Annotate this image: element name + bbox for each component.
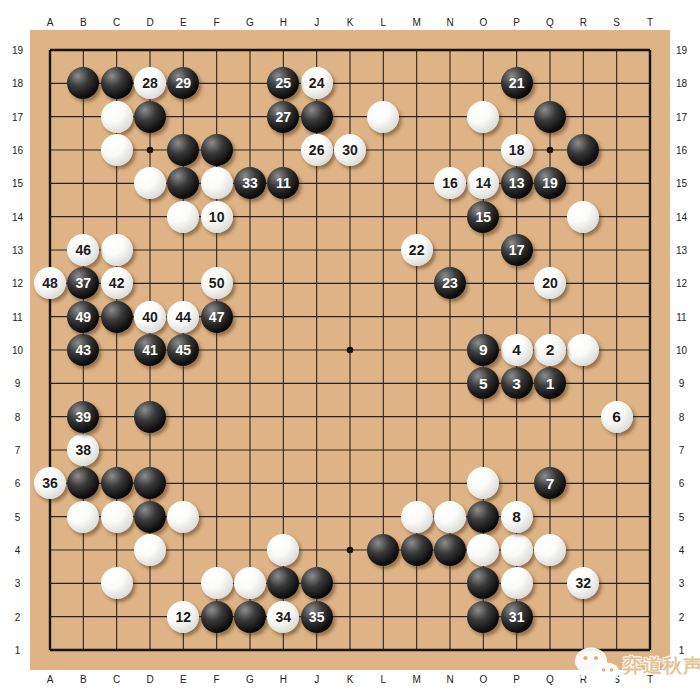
row-label-left-9: 9 bbox=[15, 378, 21, 389]
stone-C3 bbox=[101, 567, 133, 599]
col-label-bottom-Q: Q bbox=[546, 674, 554, 685]
wechat-icon bbox=[574, 645, 620, 687]
row-label-right-11: 11 bbox=[676, 311, 686, 322]
stone-F15 bbox=[201, 167, 233, 199]
col-label-bottom-D: D bbox=[146, 674, 153, 685]
stone-F3 bbox=[201, 567, 233, 599]
col-label-top-O: O bbox=[479, 16, 487, 27]
stone-C16 bbox=[101, 134, 133, 166]
stone-F16 bbox=[201, 134, 233, 166]
row-label-right-15: 15 bbox=[676, 178, 687, 189]
row-label-left-10: 10 bbox=[12, 345, 23, 356]
stone-C13 bbox=[101, 234, 133, 266]
col-label-top-J: J bbox=[314, 16, 319, 27]
row-label-right-17: 17 bbox=[676, 111, 687, 122]
stone-C12: 42 bbox=[101, 267, 133, 299]
row-label-left-6: 6 bbox=[15, 478, 21, 489]
stone-H17: 27 bbox=[267, 101, 299, 133]
row-label-left-15: 15 bbox=[12, 178, 23, 189]
row-label-left-14: 14 bbox=[12, 211, 23, 222]
row-label-left-12: 12 bbox=[12, 278, 23, 289]
stone-N5 bbox=[434, 501, 466, 533]
stone-P9: 3 bbox=[501, 367, 533, 399]
col-label-top-A: A bbox=[47, 16, 54, 27]
col-label-top-F: F bbox=[214, 16, 220, 27]
col-label-bottom-A: A bbox=[47, 674, 54, 685]
stone-M5 bbox=[401, 501, 433, 533]
col-label-top-T: T bbox=[647, 16, 653, 27]
stone-D17 bbox=[134, 101, 166, 133]
col-label-top-P: P bbox=[513, 16, 520, 27]
col-label-top-L: L bbox=[381, 16, 387, 27]
row-label-left-17: 17 bbox=[12, 111, 23, 122]
stone-B5 bbox=[67, 501, 99, 533]
col-label-bottom-C: C bbox=[113, 674, 120, 685]
stone-P2: 31 bbox=[501, 601, 533, 633]
col-label-top-C: C bbox=[113, 16, 120, 27]
col-label-top-S: S bbox=[613, 16, 620, 27]
col-label-top-B: B bbox=[80, 16, 87, 27]
col-label-top-D: D bbox=[146, 16, 153, 27]
row-label-right-9: 9 bbox=[679, 378, 685, 389]
row-label-right-10: 10 bbox=[676, 345, 687, 356]
row-label-right-7: 7 bbox=[679, 445, 685, 456]
watermark-text: 弈道秋声 bbox=[623, 653, 700, 679]
go-diagram: AABBCCDDEEFFGGHHJJKKLLMMNNOOPPQQRRSSTT19… bbox=[0, 0, 700, 700]
stone-O17 bbox=[467, 101, 499, 133]
stone-C11 bbox=[101, 301, 133, 333]
col-label-top-M: M bbox=[412, 16, 420, 27]
stone-E11: 44 bbox=[167, 301, 199, 333]
row-label-left-4: 4 bbox=[15, 545, 21, 556]
col-label-bottom-B: B bbox=[80, 674, 87, 685]
stone-D4 bbox=[134, 534, 166, 566]
row-label-left-7: 7 bbox=[15, 445, 21, 456]
col-label-top-G: G bbox=[246, 16, 254, 27]
stone-D10: 41 bbox=[134, 334, 166, 366]
col-label-bottom-M: M bbox=[412, 674, 420, 685]
stone-D5 bbox=[134, 501, 166, 533]
stone-P18: 21 bbox=[501, 67, 533, 99]
stone-J3 bbox=[301, 567, 333, 599]
stone-M4 bbox=[401, 534, 433, 566]
row-label-left-19: 19 bbox=[12, 45, 23, 56]
col-label-bottom-F: F bbox=[214, 674, 220, 685]
row-label-left-1: 1 bbox=[15, 645, 21, 656]
stone-Q10: 2 bbox=[534, 334, 566, 366]
stone-J17 bbox=[301, 101, 333, 133]
stone-J16: 26 bbox=[301, 134, 333, 166]
stone-E14 bbox=[167, 201, 199, 233]
stone-F11: 47 bbox=[201, 301, 233, 333]
col-label-bottom-N: N bbox=[446, 674, 453, 685]
stone-P15: 13 bbox=[501, 167, 533, 199]
row-label-right-6: 6 bbox=[679, 478, 685, 489]
row-label-left-13: 13 bbox=[12, 245, 23, 256]
stone-S8: 6 bbox=[601, 401, 633, 433]
stone-L17 bbox=[367, 101, 399, 133]
stone-Q4 bbox=[534, 534, 566, 566]
stone-Q17 bbox=[534, 101, 566, 133]
col-label-top-N: N bbox=[446, 16, 453, 27]
col-label-bottom-K: K bbox=[347, 674, 354, 685]
stone-C6 bbox=[101, 467, 133, 499]
stone-P10: 4 bbox=[501, 334, 533, 366]
row-label-right-14: 14 bbox=[676, 211, 687, 222]
stone-E2: 12 bbox=[167, 601, 199, 633]
stone-C18 bbox=[101, 67, 133, 99]
stone-O5 bbox=[467, 501, 499, 533]
watermark: 弈道秋声 bbox=[574, 645, 700, 687]
stone-P3 bbox=[501, 567, 533, 599]
row-label-left-5: 5 bbox=[15, 511, 21, 522]
stone-O2 bbox=[467, 601, 499, 633]
row-label-right-3: 3 bbox=[679, 578, 685, 589]
stone-F12: 50 bbox=[201, 267, 233, 299]
stone-F14: 10 bbox=[201, 201, 233, 233]
col-label-bottom-O: O bbox=[479, 674, 487, 685]
row-label-right-19: 19 bbox=[676, 45, 687, 56]
stone-D8 bbox=[134, 401, 166, 433]
col-label-top-Q: Q bbox=[546, 16, 554, 27]
stone-C17 bbox=[101, 101, 133, 133]
stone-G2 bbox=[234, 601, 266, 633]
row-label-left-3: 3 bbox=[15, 578, 21, 589]
stone-B8: 39 bbox=[67, 401, 99, 433]
stone-B11: 49 bbox=[67, 301, 99, 333]
row-label-left-2: 2 bbox=[15, 611, 21, 622]
stone-J18: 24 bbox=[301, 67, 333, 99]
col-label-top-E: E bbox=[180, 16, 187, 27]
col-label-bottom-G: G bbox=[246, 674, 254, 685]
stone-O14: 15 bbox=[467, 201, 499, 233]
stone-E5 bbox=[167, 501, 199, 533]
stone-P4 bbox=[501, 534, 533, 566]
col-label-bottom-E: E bbox=[180, 674, 187, 685]
stone-P5: 8 bbox=[501, 501, 533, 533]
stone-H2: 34 bbox=[267, 601, 299, 633]
row-label-right-8: 8 bbox=[679, 411, 685, 422]
stone-P16: 18 bbox=[501, 134, 533, 166]
row-label-left-11: 11 bbox=[12, 311, 22, 322]
stone-F2 bbox=[201, 601, 233, 633]
col-label-bottom-H: H bbox=[280, 674, 287, 685]
row-label-right-13: 13 bbox=[676, 245, 687, 256]
row-label-right-18: 18 bbox=[676, 78, 687, 89]
row-label-right-2: 2 bbox=[679, 611, 685, 622]
stone-J2: 35 bbox=[301, 601, 333, 633]
col-label-top-R: R bbox=[580, 16, 587, 27]
row-label-right-5: 5 bbox=[679, 511, 685, 522]
stone-C5 bbox=[101, 501, 133, 533]
row-label-left-16: 16 bbox=[12, 145, 23, 156]
col-label-top-H: H bbox=[280, 16, 287, 27]
stone-D11: 40 bbox=[134, 301, 166, 333]
stone-N4 bbox=[434, 534, 466, 566]
col-label-bottom-L: L bbox=[381, 674, 387, 685]
col-label-bottom-P: P bbox=[513, 674, 520, 685]
stone-M13: 22 bbox=[401, 234, 433, 266]
col-label-top-K: K bbox=[347, 16, 354, 27]
col-label-bottom-J: J bbox=[314, 674, 319, 685]
stone-K16: 30 bbox=[334, 134, 366, 166]
stone-R14 bbox=[567, 201, 599, 233]
row-label-left-18: 18 bbox=[12, 78, 23, 89]
stone-P13: 17 bbox=[501, 234, 533, 266]
row-label-right-12: 12 bbox=[676, 278, 687, 289]
row-label-right-16: 16 bbox=[676, 145, 687, 156]
row-label-right-4: 4 bbox=[679, 545, 685, 556]
row-label-left-8: 8 bbox=[15, 411, 21, 422]
